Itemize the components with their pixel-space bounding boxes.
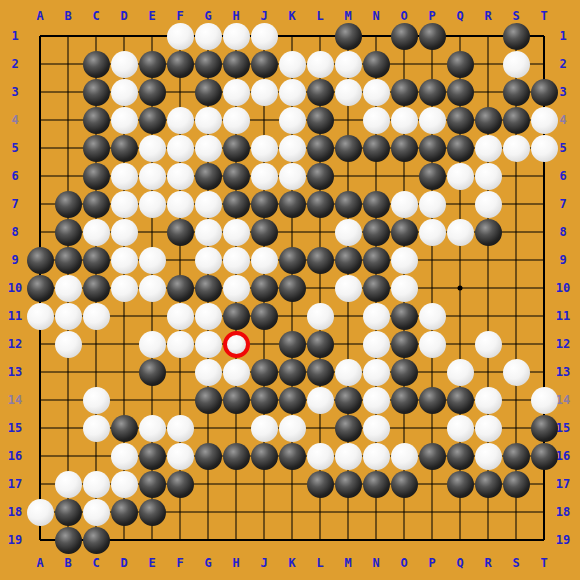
intersection-O17[interactable]: [390, 470, 418, 498]
intersection-R19[interactable]: [474, 526, 502, 554]
intersection-D17[interactable]: [110, 470, 138, 498]
intersection-J14[interactable]: [250, 386, 278, 414]
intersection-T5[interactable]: [530, 134, 558, 162]
intersection-F12[interactable]: [166, 330, 194, 358]
intersection-A12[interactable]: [26, 330, 54, 358]
intersection-D19[interactable]: [110, 526, 138, 554]
intersection-C7[interactable]: [82, 190, 110, 218]
intersection-N10[interactable]: [362, 274, 390, 302]
intersection-E12[interactable]: [138, 330, 166, 358]
intersection-L18[interactable]: [306, 498, 334, 526]
intersection-J5[interactable]: [250, 134, 278, 162]
intersection-N2[interactable]: [362, 50, 390, 78]
intersection-Q5[interactable]: [446, 134, 474, 162]
intersection-C8[interactable]: [82, 218, 110, 246]
intersection-K7[interactable]: [278, 190, 306, 218]
intersection-E2[interactable]: [138, 50, 166, 78]
intersection-B17[interactable]: [54, 470, 82, 498]
intersection-P9[interactable]: [418, 246, 446, 274]
intersection-H15[interactable]: [222, 414, 250, 442]
intersection-D16[interactable]: [110, 442, 138, 470]
intersection-B19[interactable]: [54, 526, 82, 554]
intersection-C19[interactable]: [82, 526, 110, 554]
intersection-H3[interactable]: [222, 78, 250, 106]
intersection-K17[interactable]: [278, 470, 306, 498]
intersection-L17[interactable]: [306, 470, 334, 498]
intersection-P1[interactable]: [418, 22, 446, 50]
intersection-E3[interactable]: [138, 78, 166, 106]
intersection-B10[interactable]: [54, 274, 82, 302]
intersection-B7[interactable]: [54, 190, 82, 218]
intersection-D8[interactable]: [110, 218, 138, 246]
intersection-T19[interactable]: [530, 526, 558, 554]
intersection-F18[interactable]: [166, 498, 194, 526]
intersection-F9[interactable]: [166, 246, 194, 274]
intersection-F14[interactable]: [166, 386, 194, 414]
intersection-O7[interactable]: [390, 190, 418, 218]
intersection-S13[interactable]: [502, 358, 530, 386]
intersection-T17[interactable]: [530, 470, 558, 498]
intersection-K11[interactable]: [278, 302, 306, 330]
intersection-F11[interactable]: [166, 302, 194, 330]
intersection-J11[interactable]: [250, 302, 278, 330]
intersection-T13[interactable]: [530, 358, 558, 386]
intersection-Q18[interactable]: [446, 498, 474, 526]
intersection-D6[interactable]: [110, 162, 138, 190]
intersection-K1[interactable]: [278, 22, 306, 50]
intersection-F3[interactable]: [166, 78, 194, 106]
intersection-D1[interactable]: [110, 22, 138, 50]
intersection-T2[interactable]: [530, 50, 558, 78]
intersection-F10[interactable]: [166, 274, 194, 302]
intersection-B18[interactable]: [54, 498, 82, 526]
intersection-O18[interactable]: [390, 498, 418, 526]
intersection-J3[interactable]: [250, 78, 278, 106]
intersection-G15[interactable]: [194, 414, 222, 442]
intersection-Q10[interactable]: [446, 274, 474, 302]
intersection-C14[interactable]: [82, 386, 110, 414]
intersection-N16[interactable]: [362, 442, 390, 470]
intersection-G12[interactable]: [194, 330, 222, 358]
intersection-A5[interactable]: [26, 134, 54, 162]
intersection-O12[interactable]: [390, 330, 418, 358]
intersection-L9[interactable]: [306, 246, 334, 274]
intersection-M9[interactable]: [334, 246, 362, 274]
intersection-E13[interactable]: [138, 358, 166, 386]
intersection-R10[interactable]: [474, 274, 502, 302]
intersection-N8[interactable]: [362, 218, 390, 246]
intersection-T18[interactable]: [530, 498, 558, 526]
intersection-P7[interactable]: [418, 190, 446, 218]
intersection-S19[interactable]: [502, 526, 530, 554]
intersection-R14[interactable]: [474, 386, 502, 414]
intersection-Q16[interactable]: [446, 442, 474, 470]
intersection-E11[interactable]: [138, 302, 166, 330]
intersection-A17[interactable]: [26, 470, 54, 498]
intersection-H1[interactable]: [222, 22, 250, 50]
intersection-J7[interactable]: [250, 190, 278, 218]
intersection-K13[interactable]: [278, 358, 306, 386]
intersection-J6[interactable]: [250, 162, 278, 190]
intersection-D15[interactable]: [110, 414, 138, 442]
intersection-S14[interactable]: [502, 386, 530, 414]
intersection-R8[interactable]: [474, 218, 502, 246]
intersection-J12[interactable]: [250, 330, 278, 358]
intersection-R1[interactable]: [474, 22, 502, 50]
intersection-O6[interactable]: [390, 162, 418, 190]
intersection-S1[interactable]: [502, 22, 530, 50]
intersection-C11[interactable]: [82, 302, 110, 330]
intersection-R12[interactable]: [474, 330, 502, 358]
intersection-C17[interactable]: [82, 470, 110, 498]
intersection-J8[interactable]: [250, 218, 278, 246]
intersection-A8[interactable]: [26, 218, 54, 246]
intersection-S18[interactable]: [502, 498, 530, 526]
intersection-Q3[interactable]: [446, 78, 474, 106]
intersection-A7[interactable]: [26, 190, 54, 218]
intersection-A4[interactable]: [26, 106, 54, 134]
intersection-Q2[interactable]: [446, 50, 474, 78]
intersection-N1[interactable]: [362, 22, 390, 50]
intersection-R4[interactable]: [474, 106, 502, 134]
intersection-P5[interactable]: [418, 134, 446, 162]
intersection-M19[interactable]: [334, 526, 362, 554]
intersection-E18[interactable]: [138, 498, 166, 526]
intersection-C18[interactable]: [82, 498, 110, 526]
intersection-A1[interactable]: [26, 22, 54, 50]
intersection-S15[interactable]: [502, 414, 530, 442]
intersection-T4[interactable]: [530, 106, 558, 134]
intersection-K3[interactable]: [278, 78, 306, 106]
intersection-J16[interactable]: [250, 442, 278, 470]
intersection-S10[interactable]: [502, 274, 530, 302]
intersection-O16[interactable]: [390, 442, 418, 470]
intersection-F15[interactable]: [166, 414, 194, 442]
intersection-R15[interactable]: [474, 414, 502, 442]
intersection-C3[interactable]: [82, 78, 110, 106]
intersection-T11[interactable]: [530, 302, 558, 330]
intersection-S8[interactable]: [502, 218, 530, 246]
intersection-R18[interactable]: [474, 498, 502, 526]
intersection-Q6[interactable]: [446, 162, 474, 190]
intersection-N11[interactable]: [362, 302, 390, 330]
intersection-A13[interactable]: [26, 358, 54, 386]
intersection-K14[interactable]: [278, 386, 306, 414]
intersection-G2[interactable]: [194, 50, 222, 78]
intersection-J18[interactable]: [250, 498, 278, 526]
intersection-B11[interactable]: [54, 302, 82, 330]
intersection-M13[interactable]: [334, 358, 362, 386]
intersection-H8[interactable]: [222, 218, 250, 246]
intersection-G5[interactable]: [194, 134, 222, 162]
intersection-P6[interactable]: [418, 162, 446, 190]
intersection-L16[interactable]: [306, 442, 334, 470]
intersection-M15[interactable]: [334, 414, 362, 442]
intersection-O8[interactable]: [390, 218, 418, 246]
intersection-F2[interactable]: [166, 50, 194, 78]
intersection-H13[interactable]: [222, 358, 250, 386]
intersection-Q17[interactable]: [446, 470, 474, 498]
intersection-D12[interactable]: [110, 330, 138, 358]
intersection-S17[interactable]: [502, 470, 530, 498]
intersection-G4[interactable]: [194, 106, 222, 134]
intersection-S2[interactable]: [502, 50, 530, 78]
intersection-H5[interactable]: [222, 134, 250, 162]
intersection-H11[interactable]: [222, 302, 250, 330]
intersection-P2[interactable]: [418, 50, 446, 78]
intersection-P10[interactable]: [418, 274, 446, 302]
intersection-T7[interactable]: [530, 190, 558, 218]
intersection-L10[interactable]: [306, 274, 334, 302]
intersection-K8[interactable]: [278, 218, 306, 246]
intersection-J9[interactable]: [250, 246, 278, 274]
intersection-G8[interactable]: [194, 218, 222, 246]
intersection-G16[interactable]: [194, 442, 222, 470]
intersection-D18[interactable]: [110, 498, 138, 526]
intersection-T16[interactable]: [530, 442, 558, 470]
intersection-E6[interactable]: [138, 162, 166, 190]
intersection-D14[interactable]: [110, 386, 138, 414]
intersection-Q7[interactable]: [446, 190, 474, 218]
intersection-Q8[interactable]: [446, 218, 474, 246]
intersection-O2[interactable]: [390, 50, 418, 78]
intersection-H19[interactable]: [222, 526, 250, 554]
intersection-E9[interactable]: [138, 246, 166, 274]
intersection-L12[interactable]: [306, 330, 334, 358]
intersection-L15[interactable]: [306, 414, 334, 442]
intersection-A2[interactable]: [26, 50, 54, 78]
intersection-C13[interactable]: [82, 358, 110, 386]
intersection-K12[interactable]: [278, 330, 306, 358]
intersection-C9[interactable]: [82, 246, 110, 274]
intersection-H4[interactable]: [222, 106, 250, 134]
intersection-F1[interactable]: [166, 22, 194, 50]
intersection-J15[interactable]: [250, 414, 278, 442]
intersection-L6[interactable]: [306, 162, 334, 190]
intersection-A19[interactable]: [26, 526, 54, 554]
intersection-C5[interactable]: [82, 134, 110, 162]
intersection-M8[interactable]: [334, 218, 362, 246]
intersection-G11[interactable]: [194, 302, 222, 330]
intersection-R7[interactable]: [474, 190, 502, 218]
intersection-C10[interactable]: [82, 274, 110, 302]
intersection-R3[interactable]: [474, 78, 502, 106]
intersection-B15[interactable]: [54, 414, 82, 442]
intersection-H12[interactable]: [222, 330, 250, 358]
intersection-D9[interactable]: [110, 246, 138, 274]
intersection-L7[interactable]: [306, 190, 334, 218]
intersection-O1[interactable]: [390, 22, 418, 50]
intersection-B8[interactable]: [54, 218, 82, 246]
intersection-E14[interactable]: [138, 386, 166, 414]
intersection-K15[interactable]: [278, 414, 306, 442]
intersection-D13[interactable]: [110, 358, 138, 386]
intersection-L2[interactable]: [306, 50, 334, 78]
intersection-C16[interactable]: [82, 442, 110, 470]
intersection-A9[interactable]: [26, 246, 54, 274]
intersection-M12[interactable]: [334, 330, 362, 358]
intersection-D3[interactable]: [110, 78, 138, 106]
intersection-E10[interactable]: [138, 274, 166, 302]
intersection-M17[interactable]: [334, 470, 362, 498]
intersection-E7[interactable]: [138, 190, 166, 218]
intersection-D2[interactable]: [110, 50, 138, 78]
intersection-N6[interactable]: [362, 162, 390, 190]
intersection-L19[interactable]: [306, 526, 334, 554]
intersection-K10[interactable]: [278, 274, 306, 302]
intersection-E15[interactable]: [138, 414, 166, 442]
intersection-G6[interactable]: [194, 162, 222, 190]
intersection-P12[interactable]: [418, 330, 446, 358]
intersection-G1[interactable]: [194, 22, 222, 50]
intersection-K4[interactable]: [278, 106, 306, 134]
intersection-H18[interactable]: [222, 498, 250, 526]
intersection-R2[interactable]: [474, 50, 502, 78]
intersection-K18[interactable]: [278, 498, 306, 526]
intersection-H2[interactable]: [222, 50, 250, 78]
intersection-S16[interactable]: [502, 442, 530, 470]
intersection-S7[interactable]: [502, 190, 530, 218]
intersection-B4[interactable]: [54, 106, 82, 134]
intersection-P14[interactable]: [418, 386, 446, 414]
intersection-P19[interactable]: [418, 526, 446, 554]
intersection-O15[interactable]: [390, 414, 418, 442]
intersection-O5[interactable]: [390, 134, 418, 162]
intersection-L3[interactable]: [306, 78, 334, 106]
intersection-F6[interactable]: [166, 162, 194, 190]
intersection-Q1[interactable]: [446, 22, 474, 50]
intersection-O4[interactable]: [390, 106, 418, 134]
intersection-G7[interactable]: [194, 190, 222, 218]
intersection-O3[interactable]: [390, 78, 418, 106]
intersection-G19[interactable]: [194, 526, 222, 554]
intersection-B16[interactable]: [54, 442, 82, 470]
intersection-A11[interactable]: [26, 302, 54, 330]
intersection-P4[interactable]: [418, 106, 446, 134]
intersection-F16[interactable]: [166, 442, 194, 470]
intersection-C1[interactable]: [82, 22, 110, 50]
intersection-K2[interactable]: [278, 50, 306, 78]
intersection-N5[interactable]: [362, 134, 390, 162]
intersection-T10[interactable]: [530, 274, 558, 302]
intersection-P3[interactable]: [418, 78, 446, 106]
intersection-M5[interactable]: [334, 134, 362, 162]
intersection-J1[interactable]: [250, 22, 278, 50]
intersection-G14[interactable]: [194, 386, 222, 414]
intersection-F19[interactable]: [166, 526, 194, 554]
intersection-B14[interactable]: [54, 386, 82, 414]
intersection-C12[interactable]: [82, 330, 110, 358]
intersection-O13[interactable]: [390, 358, 418, 386]
intersection-G18[interactable]: [194, 498, 222, 526]
intersection-S4[interactable]: [502, 106, 530, 134]
intersection-E17[interactable]: [138, 470, 166, 498]
intersection-N17[interactable]: [362, 470, 390, 498]
intersection-J4[interactable]: [250, 106, 278, 134]
intersection-M11[interactable]: [334, 302, 362, 330]
intersection-E5[interactable]: [138, 134, 166, 162]
intersection-Q4[interactable]: [446, 106, 474, 134]
intersection-C6[interactable]: [82, 162, 110, 190]
intersection-B13[interactable]: [54, 358, 82, 386]
intersection-J2[interactable]: [250, 50, 278, 78]
intersection-M4[interactable]: [334, 106, 362, 134]
intersection-A15[interactable]: [26, 414, 54, 442]
intersection-M16[interactable]: [334, 442, 362, 470]
intersection-B6[interactable]: [54, 162, 82, 190]
intersection-N19[interactable]: [362, 526, 390, 554]
intersection-J19[interactable]: [250, 526, 278, 554]
intersection-Q15[interactable]: [446, 414, 474, 442]
intersection-Q19[interactable]: [446, 526, 474, 554]
intersection-M3[interactable]: [334, 78, 362, 106]
intersection-D4[interactable]: [110, 106, 138, 134]
intersection-M2[interactable]: [334, 50, 362, 78]
intersection-B12[interactable]: [54, 330, 82, 358]
intersection-F8[interactable]: [166, 218, 194, 246]
intersection-K16[interactable]: [278, 442, 306, 470]
intersection-M18[interactable]: [334, 498, 362, 526]
intersection-S3[interactable]: [502, 78, 530, 106]
intersection-P8[interactable]: [418, 218, 446, 246]
intersection-Q13[interactable]: [446, 358, 474, 386]
intersection-C15[interactable]: [82, 414, 110, 442]
intersection-A18[interactable]: [26, 498, 54, 526]
intersection-O10[interactable]: [390, 274, 418, 302]
intersection-L14[interactable]: [306, 386, 334, 414]
intersection-E19[interactable]: [138, 526, 166, 554]
intersection-N4[interactable]: [362, 106, 390, 134]
intersection-B1[interactable]: [54, 22, 82, 50]
intersection-N12[interactable]: [362, 330, 390, 358]
intersection-G17[interactable]: [194, 470, 222, 498]
intersection-K5[interactable]: [278, 134, 306, 162]
intersection-M7[interactable]: [334, 190, 362, 218]
intersection-R13[interactable]: [474, 358, 502, 386]
intersection-F17[interactable]: [166, 470, 194, 498]
intersection-A3[interactable]: [26, 78, 54, 106]
intersection-R5[interactable]: [474, 134, 502, 162]
intersection-T14[interactable]: [530, 386, 558, 414]
intersection-L5[interactable]: [306, 134, 334, 162]
intersection-L11[interactable]: [306, 302, 334, 330]
intersection-S5[interactable]: [502, 134, 530, 162]
intersection-E8[interactable]: [138, 218, 166, 246]
intersection-B9[interactable]: [54, 246, 82, 274]
intersection-T12[interactable]: [530, 330, 558, 358]
intersection-O11[interactable]: [390, 302, 418, 330]
intersection-F13[interactable]: [166, 358, 194, 386]
intersection-S6[interactable]: [502, 162, 530, 190]
intersection-P18[interactable]: [418, 498, 446, 526]
intersection-C2[interactable]: [82, 50, 110, 78]
intersection-Q9[interactable]: [446, 246, 474, 274]
intersection-R11[interactable]: [474, 302, 502, 330]
intersection-Q12[interactable]: [446, 330, 474, 358]
intersection-K19[interactable]: [278, 526, 306, 554]
intersection-P13[interactable]: [418, 358, 446, 386]
intersection-J17[interactable]: [250, 470, 278, 498]
intersection-B2[interactable]: [54, 50, 82, 78]
intersection-G10[interactable]: [194, 274, 222, 302]
intersection-E1[interactable]: [138, 22, 166, 50]
intersection-S12[interactable]: [502, 330, 530, 358]
intersection-N13[interactable]: [362, 358, 390, 386]
intersection-A14[interactable]: [26, 386, 54, 414]
intersection-P17[interactable]: [418, 470, 446, 498]
intersection-P11[interactable]: [418, 302, 446, 330]
intersection-M14[interactable]: [334, 386, 362, 414]
